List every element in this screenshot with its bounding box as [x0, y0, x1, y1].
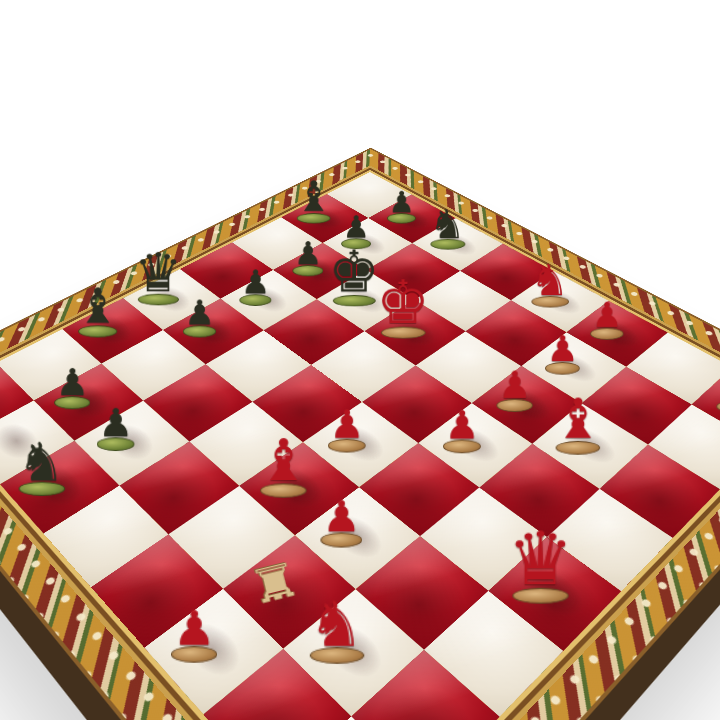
king-glyph: ♚	[376, 276, 429, 331]
photo-scene: ♟♞♞♟♜♝♟♟♟♚♚♟♝♟♟♛♟♟♛♝♝♟♟♟♜♞♜♟♞♟	[0, 0, 720, 720]
piece-base	[96, 437, 134, 451]
piece-base	[137, 294, 178, 306]
queen-glyph: ♛	[508, 526, 574, 594]
piece-base	[443, 440, 481, 454]
piece-base	[240, 294, 272, 306]
piece-red-pawn-f3: ♟	[321, 498, 363, 548]
piece-base	[297, 213, 331, 223]
piece-base	[590, 328, 624, 340]
piece-base	[78, 325, 117, 337]
queen-glyph: ♛	[134, 248, 182, 297]
piece-dark-pawn-g7: ♟	[54, 366, 90, 409]
pawn-glyph: ♟	[173, 607, 216, 651]
piece-red-pawn-e4: ♟	[327, 407, 365, 452]
piece-dark-bishop-b8: ♝	[295, 178, 332, 223]
piece-base	[183, 326, 216, 338]
piece-base	[512, 588, 568, 604]
pawn-glyph: ♟	[98, 406, 133, 442]
piece-red-rook-a1: ♜	[717, 364, 720, 414]
piece-dark-pawn-c7: ♟	[292, 240, 323, 277]
knight-glyph: ♞	[429, 206, 465, 243]
pawn-glyph: ♟	[322, 498, 361, 538]
piece-dark-bishop-f8: ♝	[76, 284, 119, 337]
piece-red-knight-g2: ♞	[308, 595, 364, 664]
piece-base	[381, 327, 426, 339]
piece-red-pawn-a3: ♟	[590, 300, 624, 340]
piece-dark-queen-e8: ♛	[134, 248, 182, 305]
piece-dark-pawn-d7: ♟	[240, 268, 272, 306]
piece-base	[321, 533, 363, 548]
piece-dark-king-c6: ♚	[328, 246, 379, 307]
piece-base	[332, 295, 375, 307]
bishop-glyph: ♝	[76, 284, 119, 328]
piece-red-pawn-d3: ♟	[443, 408, 481, 454]
piece-base	[171, 646, 218, 663]
piece-dark-pawn-h7: ♟	[0, 405, 19, 450]
piece-base	[545, 362, 580, 375]
piece-dark-knight-a6: ♞	[429, 206, 465, 250]
piece-red-bishop-f4: ♝	[258, 435, 310, 498]
pawn-glyph: ♟	[329, 407, 364, 443]
pawn-glyph: ♟	[547, 333, 579, 366]
piece-red-pawn-h3: ♟	[171, 607, 218, 663]
piece-red-pawn-b3: ♟	[545, 333, 580, 375]
bishop-glyph: ♝	[554, 394, 603, 445]
piece-dark-pawn-a7: ♟	[387, 189, 416, 223]
piece-base	[327, 439, 365, 453]
pawn-glyph: ♟	[445, 408, 480, 444]
piece-base	[260, 483, 306, 497]
knight-glyph: ♞	[18, 437, 66, 486]
piece-base	[531, 296, 569, 308]
piece-red-pawn-c3: ♟	[496, 369, 532, 413]
piece-red-queen-e1: ♛	[508, 526, 574, 605]
bishop-glyph: ♝	[258, 435, 310, 488]
bishop-glyph: ♝	[295, 178, 332, 216]
piece-dark-pawn-g6: ♟	[96, 406, 134, 451]
knight-glyph: ♞	[308, 595, 364, 652]
piece-dark-pawn-e7: ♟	[183, 298, 216, 338]
piece-base	[292, 265, 323, 276]
chess-board: ♟♞♞♟♜♝♟♟♟♚♚♟♝♟♟♛♟♟♛♝♝♟♟♟♜♞♜♟♞♟	[0, 172, 720, 720]
pawn-glyph: ♟	[0, 405, 17, 441]
piece-base	[54, 396, 90, 409]
piece-dark-knight-h6: ♞	[18, 437, 66, 496]
piece-base	[556, 440, 600, 454]
piece-base	[496, 399, 532, 412]
piece-base	[18, 481, 64, 495]
knight-glyph: ♞	[530, 260, 568, 299]
piece-red-bishop-c2: ♝	[554, 394, 603, 454]
piece-red-king-c5: ♚	[376, 276, 429, 339]
king-glyph: ♚	[328, 246, 379, 299]
piece-base	[387, 213, 416, 223]
piece-red-knight-a4: ♞	[530, 260, 568, 308]
piece-base	[430, 239, 465, 250]
piece-base	[309, 647, 363, 664]
